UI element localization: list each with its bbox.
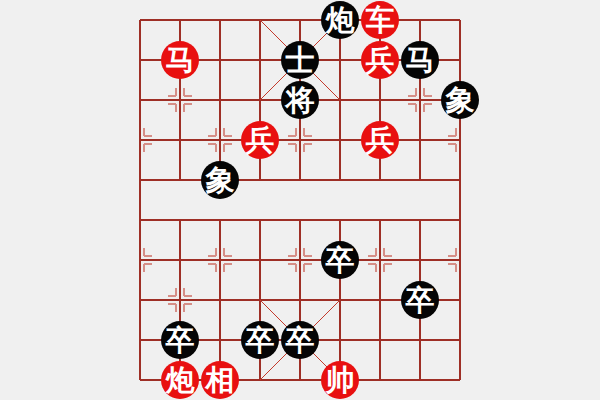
point-c0r9[interactable] bbox=[120, 360, 160, 400]
point-c7r9[interactable] bbox=[400, 360, 440, 400]
point-c3r2[interactable] bbox=[240, 80, 280, 120]
point-c4r7[interactable] bbox=[280, 280, 320, 320]
point-c7r5[interactable] bbox=[400, 200, 440, 240]
point-c0r3[interactable] bbox=[120, 120, 160, 160]
red-chariot[interactable]: 车 bbox=[361, 1, 399, 39]
point-c7r3[interactable] bbox=[400, 120, 440, 160]
point-c4r4[interactable] bbox=[280, 160, 320, 200]
point-c7r4[interactable] bbox=[400, 160, 440, 200]
point-c1r4[interactable] bbox=[160, 160, 200, 200]
point-c2r8[interactable] bbox=[200, 320, 240, 360]
point-c3r4[interactable] bbox=[240, 160, 280, 200]
point-c2r2[interactable] bbox=[200, 80, 240, 120]
point-c6r5[interactable] bbox=[360, 200, 400, 240]
point-c3r6[interactable] bbox=[240, 240, 280, 280]
red-soldier[interactable]: 兵 bbox=[361, 121, 399, 159]
red-soldier[interactable]: 兵 bbox=[361, 41, 399, 79]
point-c4r9[interactable] bbox=[280, 360, 320, 400]
point-c4r0[interactable] bbox=[280, 0, 320, 40]
point-c4r3[interactable] bbox=[280, 120, 320, 160]
point-c1r6[interactable] bbox=[160, 240, 200, 280]
point-c6r6[interactable] bbox=[360, 240, 400, 280]
point-c5r7[interactable] bbox=[320, 280, 360, 320]
black-soldier[interactable]: 卒 bbox=[321, 241, 359, 279]
point-c6r9[interactable] bbox=[360, 360, 400, 400]
point-c2r0[interactable] bbox=[200, 0, 240, 40]
black-elephant[interactable]: 象 bbox=[201, 161, 239, 199]
point-c7r0[interactable] bbox=[400, 0, 440, 40]
point-c5r8[interactable] bbox=[320, 320, 360, 360]
point-c4r5[interactable] bbox=[280, 200, 320, 240]
red-cannon[interactable]: 炮 bbox=[161, 361, 199, 399]
point-c3r1[interactable] bbox=[240, 40, 280, 80]
point-c8r6[interactable] bbox=[440, 240, 480, 280]
point-c8r4[interactable] bbox=[440, 160, 480, 200]
point-c8r1[interactable] bbox=[440, 40, 480, 80]
point-c1r0[interactable] bbox=[160, 0, 200, 40]
point-c7r6[interactable] bbox=[400, 240, 440, 280]
point-c6r4[interactable] bbox=[360, 160, 400, 200]
point-c5r5[interactable] bbox=[320, 200, 360, 240]
point-c8r3[interactable] bbox=[440, 120, 480, 160]
point-c2r3[interactable] bbox=[200, 120, 240, 160]
black-advisor[interactable]: 士 bbox=[281, 41, 319, 79]
red-horse[interactable]: 马 bbox=[161, 41, 199, 79]
point-c2r5[interactable] bbox=[200, 200, 240, 240]
point-c3r5[interactable] bbox=[240, 200, 280, 240]
point-c6r2[interactable] bbox=[360, 80, 400, 120]
point-c5r2[interactable] bbox=[320, 80, 360, 120]
point-c7r8[interactable] bbox=[400, 320, 440, 360]
black-general[interactable]: 将 bbox=[281, 81, 319, 119]
point-c8r9[interactable] bbox=[440, 360, 480, 400]
point-c0r5[interactable] bbox=[120, 200, 160, 240]
point-c0r4[interactable] bbox=[120, 160, 160, 200]
board-points-layer: 炮车马士兵马将象兵兵象卒卒卒卒卒炮相帅 bbox=[120, 0, 480, 400]
point-c1r2[interactable] bbox=[160, 80, 200, 120]
point-c6r8[interactable] bbox=[360, 320, 400, 360]
point-c5r1[interactable] bbox=[320, 40, 360, 80]
point-c3r0[interactable] bbox=[240, 0, 280, 40]
point-c1r5[interactable] bbox=[160, 200, 200, 240]
point-c0r6[interactable] bbox=[120, 240, 160, 280]
point-c3r7[interactable] bbox=[240, 280, 280, 320]
point-c8r7[interactable] bbox=[440, 280, 480, 320]
xiangqi-diagram: 炮车马士兵马将象兵兵象卒卒卒卒卒炮相帅 bbox=[0, 0, 600, 400]
black-horse[interactable]: 马 bbox=[401, 41, 439, 79]
point-c0r1[interactable] bbox=[120, 40, 160, 80]
point-c8r5[interactable] bbox=[440, 200, 480, 240]
point-c0r7[interactable] bbox=[120, 280, 160, 320]
point-c6r7[interactable] bbox=[360, 280, 400, 320]
red-elephant[interactable]: 相 bbox=[201, 361, 239, 399]
point-c2r1[interactable] bbox=[200, 40, 240, 80]
black-soldier[interactable]: 卒 bbox=[401, 281, 439, 319]
point-c3r9[interactable] bbox=[240, 360, 280, 400]
point-c8r0[interactable] bbox=[440, 0, 480, 40]
red-general[interactable]: 帅 bbox=[321, 361, 359, 399]
point-c5r4[interactable] bbox=[320, 160, 360, 200]
black-soldier[interactable]: 卒 bbox=[241, 321, 279, 359]
red-soldier[interactable]: 兵 bbox=[241, 121, 279, 159]
point-c4r6[interactable] bbox=[280, 240, 320, 280]
point-c0r2[interactable] bbox=[120, 80, 160, 120]
point-c0r8[interactable] bbox=[120, 320, 160, 360]
point-c7r2[interactable] bbox=[400, 80, 440, 120]
point-c8r8[interactable] bbox=[440, 320, 480, 360]
point-c2r6[interactable] bbox=[200, 240, 240, 280]
black-soldier[interactable]: 卒 bbox=[161, 321, 199, 359]
black-cannon[interactable]: 炮 bbox=[321, 1, 359, 39]
point-c5r3[interactable] bbox=[320, 120, 360, 160]
point-c2r7[interactable] bbox=[200, 280, 240, 320]
black-soldier[interactable]: 卒 bbox=[281, 321, 319, 359]
point-c1r7[interactable] bbox=[160, 280, 200, 320]
point-c0r0[interactable] bbox=[120, 0, 160, 40]
black-elephant[interactable]: 象 bbox=[441, 81, 479, 119]
point-c1r3[interactable] bbox=[160, 120, 200, 160]
